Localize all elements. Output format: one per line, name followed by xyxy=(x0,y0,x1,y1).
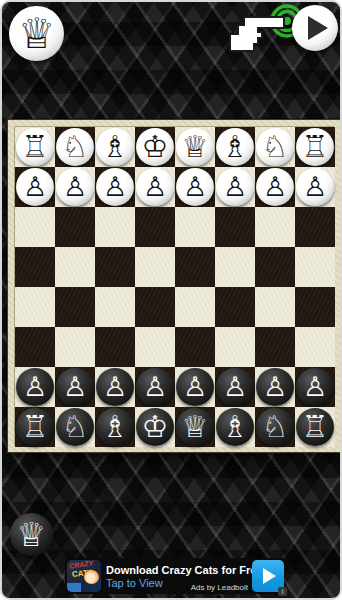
square-c3[interactable] xyxy=(215,207,255,247)
square-a3[interactable] xyxy=(295,207,335,247)
square-a7[interactable]: ♙ xyxy=(295,367,335,407)
piece-glyph: ♙ xyxy=(303,368,327,406)
black-queen[interactable]: ♕ xyxy=(176,408,214,446)
square-a1[interactable]: ♖ xyxy=(295,127,335,167)
square-d4[interactable] xyxy=(175,247,215,287)
square-b4[interactable] xyxy=(255,247,295,287)
white-knight[interactable]: ♘ xyxy=(56,128,94,166)
square-d7[interactable]: ♙ xyxy=(175,367,215,407)
piece-glyph: ♖ xyxy=(22,408,49,446)
square-f5[interactable] xyxy=(95,287,135,327)
piece-glyph: ♖ xyxy=(22,128,49,166)
piece-glyph: ♗ xyxy=(222,128,249,166)
app-screen: ♕ ♖♘♗♔♕♗♘♖♙♙♙♙♙♙♙♙♙♙♙♙♙♙♙♙♖♘♗♔♕♗♘♖ ♕ CRA… xyxy=(0,0,342,600)
square-g7[interactable]: ♙ xyxy=(55,367,95,407)
square-a5[interactable] xyxy=(295,287,335,327)
square-d5[interactable] xyxy=(175,287,215,327)
white-pawn[interactable]: ♙ xyxy=(176,168,214,206)
white-bishop[interactable]: ♗ xyxy=(216,128,254,166)
chess-board: ♖♘♗♔♕♗♘♖♙♙♙♙♙♙♙♙♙♙♙♙♙♙♙♙♖♘♗♔♕♗♘♖ xyxy=(14,126,334,446)
white-pawn[interactable]: ♙ xyxy=(136,168,174,206)
square-b2[interactable]: ♙ xyxy=(255,167,295,207)
piece-glyph: ♙ xyxy=(263,368,287,406)
square-e8[interactable]: ♔ xyxy=(135,407,175,447)
ad-play-icon xyxy=(263,568,276,584)
square-c4[interactable] xyxy=(215,247,255,287)
piece-glyph: ♘ xyxy=(262,128,289,166)
square-b8[interactable]: ♘ xyxy=(255,407,295,447)
black-rook[interactable]: ♖ xyxy=(16,408,54,446)
square-a4[interactable] xyxy=(295,247,335,287)
white-queen-button[interactable]: ♕ xyxy=(9,6,64,61)
black-queen-button[interactable]: ♕ xyxy=(10,513,53,556)
piece-glyph: ♔ xyxy=(142,128,169,166)
square-h7[interactable]: ♙ xyxy=(15,367,55,407)
piece-glyph: ♗ xyxy=(222,408,249,446)
square-g1[interactable]: ♘ xyxy=(55,127,95,167)
square-g5[interactable] xyxy=(55,287,95,327)
black-queen-icon: ♕ xyxy=(17,513,47,556)
square-d6[interactable] xyxy=(175,327,215,367)
black-knight[interactable]: ♘ xyxy=(56,408,94,446)
black-pawn[interactable]: ♙ xyxy=(296,368,334,406)
white-knight[interactable]: ♘ xyxy=(256,128,294,166)
square-h1[interactable]: ♖ xyxy=(15,127,55,167)
square-f1[interactable]: ♗ xyxy=(95,127,135,167)
square-e7[interactable]: ♙ xyxy=(135,367,175,407)
piece-glyph: ♘ xyxy=(62,408,89,446)
white-pawn[interactable]: ♙ xyxy=(296,168,334,206)
black-pawn[interactable]: ♙ xyxy=(256,368,294,406)
piece-glyph: ♙ xyxy=(23,168,47,206)
black-pawn[interactable]: ♙ xyxy=(216,368,254,406)
piece-glyph: ♙ xyxy=(103,168,127,206)
piece-glyph: ♙ xyxy=(103,368,127,406)
ad-app-icon[interactable]: CRAZY CATS xyxy=(67,560,101,592)
piece-glyph: ♕ xyxy=(182,408,209,446)
square-f6[interactable] xyxy=(95,327,135,367)
square-e5[interactable] xyxy=(135,287,175,327)
black-pawn[interactable]: ♙ xyxy=(96,368,134,406)
white-rook[interactable]: ♖ xyxy=(296,128,334,166)
white-rook[interactable]: ♖ xyxy=(16,128,54,166)
ad-provider-label: Ads by Leadbolt xyxy=(191,583,248,592)
square-h3[interactable] xyxy=(15,207,55,247)
black-pawn[interactable]: ♙ xyxy=(16,368,54,406)
white-bishop[interactable]: ♗ xyxy=(96,128,134,166)
white-queen-icon: ♕ xyxy=(18,6,56,61)
piece-glyph: ♘ xyxy=(62,128,89,166)
black-pawn[interactable]: ♙ xyxy=(56,368,94,406)
square-d1[interactable]: ♕ xyxy=(175,127,215,167)
piece-glyph: ♖ xyxy=(302,408,329,446)
square-g8[interactable]: ♘ xyxy=(55,407,95,447)
square-c1[interactable]: ♗ xyxy=(215,127,255,167)
square-b7[interactable]: ♙ xyxy=(255,367,295,407)
piece-glyph: ♗ xyxy=(102,408,129,446)
white-king[interactable]: ♔ xyxy=(136,128,174,166)
piece-glyph: ♙ xyxy=(23,368,47,406)
square-e4[interactable] xyxy=(135,247,175,287)
ad-title[interactable]: Download Crazy Cats for Free xyxy=(106,564,262,576)
square-c8[interactable]: ♗ xyxy=(215,407,255,447)
piece-glyph: ♖ xyxy=(302,128,329,166)
piece-glyph: ♙ xyxy=(263,168,287,206)
play-button[interactable] xyxy=(292,5,338,51)
white-pawn[interactable]: ♙ xyxy=(216,168,254,206)
piece-glyph: ♙ xyxy=(183,168,207,206)
square-e1[interactable]: ♔ xyxy=(135,127,175,167)
square-f4[interactable] xyxy=(95,247,135,287)
black-king[interactable]: ♔ xyxy=(136,408,174,446)
square-g3[interactable] xyxy=(55,207,95,247)
chess-board-frame: ♖♘♗♔♕♗♘♖♙♙♙♙♙♙♙♙♙♙♙♙♙♙♙♙♖♘♗♔♕♗♘♖ xyxy=(7,119,341,453)
piece-glyph: ♕ xyxy=(182,128,209,166)
black-knight[interactable]: ♘ xyxy=(256,408,294,446)
square-g4[interactable] xyxy=(55,247,95,287)
piece-glyph: ♙ xyxy=(223,168,247,206)
square-b6[interactable] xyxy=(255,327,295,367)
white-pawn[interactable]: ♙ xyxy=(256,168,294,206)
piece-glyph: ♙ xyxy=(143,368,167,406)
white-pawn[interactable]: ♙ xyxy=(96,168,134,206)
square-h5[interactable] xyxy=(15,287,55,327)
square-c6[interactable] xyxy=(215,327,255,367)
white-pawn[interactable]: ♙ xyxy=(56,168,94,206)
square-g6[interactable] xyxy=(55,327,95,367)
piece-glyph: ♙ xyxy=(303,168,327,206)
white-queen[interactable]: ♕ xyxy=(176,128,214,166)
square-f8[interactable]: ♗ xyxy=(95,407,135,447)
ad-info-icon[interactable]: i xyxy=(278,587,287,596)
square-a8[interactable]: ♖ xyxy=(295,407,335,447)
piece-glyph: ♔ xyxy=(142,408,169,446)
piece-glyph: ♙ xyxy=(63,168,87,206)
black-bishop[interactable]: ♗ xyxy=(96,408,134,446)
ad-play-button[interactable]: i xyxy=(252,560,284,592)
square-b1[interactable]: ♘ xyxy=(255,127,295,167)
black-rook[interactable]: ♖ xyxy=(296,408,334,446)
cat-face-icon xyxy=(84,570,99,584)
square-b5[interactable] xyxy=(255,287,295,327)
square-f3[interactable] xyxy=(95,207,135,247)
square-a6[interactable] xyxy=(295,327,335,367)
square-c2[interactable]: ♙ xyxy=(215,167,255,207)
square-g2[interactable]: ♙ xyxy=(55,167,95,207)
square-d3[interactable] xyxy=(175,207,215,247)
piece-glyph: ♙ xyxy=(63,368,87,406)
black-pawn[interactable]: ♙ xyxy=(176,368,214,406)
square-h6[interactable] xyxy=(15,327,55,367)
piece-glyph: ♗ xyxy=(102,128,129,166)
black-pawn[interactable]: ♙ xyxy=(136,368,174,406)
square-c5[interactable] xyxy=(215,287,255,327)
square-b3[interactable] xyxy=(255,207,295,247)
square-d2[interactable]: ♙ xyxy=(175,167,215,207)
black-bishop[interactable]: ♗ xyxy=(216,408,254,446)
square-f7[interactable]: ♙ xyxy=(95,367,135,407)
square-h8[interactable]: ♖ xyxy=(15,407,55,447)
square-h2[interactable]: ♙ xyxy=(15,167,55,207)
square-h4[interactable] xyxy=(15,247,55,287)
piece-glyph: ♙ xyxy=(183,368,207,406)
play-icon xyxy=(308,16,328,40)
white-pawn[interactable]: ♙ xyxy=(16,168,54,206)
piece-glyph: ♙ xyxy=(223,368,247,406)
square-e6[interactable] xyxy=(135,327,175,367)
ad-banner[interactable]: CRAZY CATS Download Crazy Cats for Free … xyxy=(65,558,284,594)
piece-glyph: ♘ xyxy=(262,408,289,446)
square-c7[interactable]: ♙ xyxy=(215,367,255,407)
square-a2[interactable]: ♙ xyxy=(295,167,335,207)
square-d8[interactable]: ♕ xyxy=(175,407,215,447)
square-e2[interactable]: ♙ xyxy=(135,167,175,207)
square-e3[interactable] xyxy=(135,207,175,247)
square-f2[interactable]: ♙ xyxy=(95,167,135,207)
piece-glyph: ♙ xyxy=(143,168,167,206)
ad-app-icon-blue-block xyxy=(67,583,81,592)
